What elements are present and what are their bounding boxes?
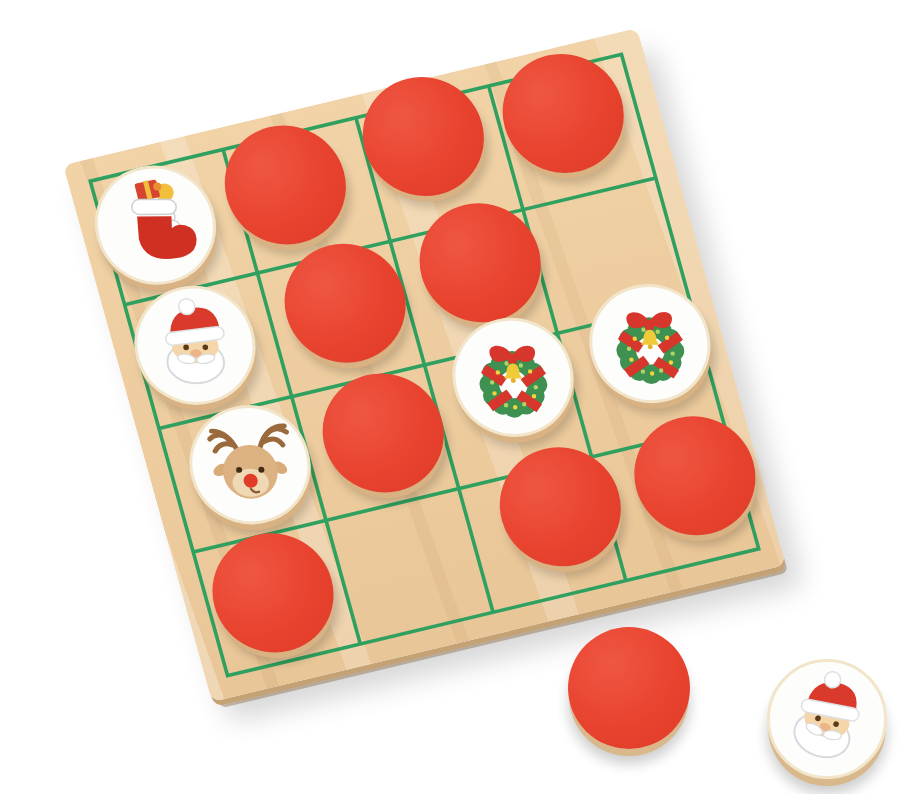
santa-motif: [143, 295, 248, 395]
photo-scene: [0, 0, 900, 794]
santa-motif: [764, 656, 890, 782]
piece-red-offboard[interactable]: [568, 627, 690, 749]
wreath-motif: [461, 327, 566, 427]
wreath-motif: [598, 294, 703, 394]
reindeer-motif: [198, 415, 303, 515]
game-board: [63, 28, 786, 702]
piece-santa-offboard[interactable]: [767, 659, 887, 779]
stocking-motif: [103, 175, 208, 275]
